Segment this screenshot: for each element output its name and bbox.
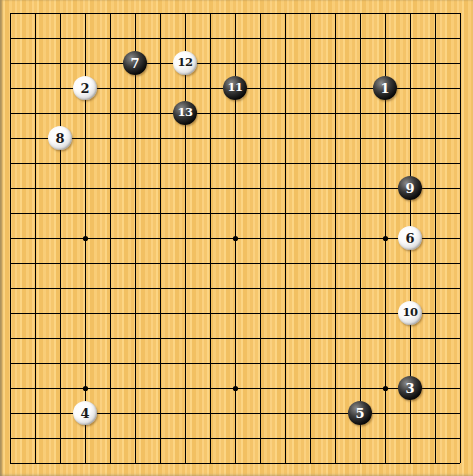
board-grid[interactable]: 12345678910111213	[0, 1, 473, 476]
stone-number-label: 6	[405, 232, 414, 245]
stone-black-13: 13	[173, 101, 197, 125]
stone-white-10: 10	[398, 301, 422, 325]
stone-number-label: 9	[405, 182, 414, 195]
stone-black-3: 3	[398, 376, 422, 400]
stone-white-8: 8	[48, 126, 72, 150]
go-board: 12345678910111213	[0, 0, 473, 476]
stone-number-label: 8	[55, 132, 64, 145]
stone-number-label: 7	[130, 57, 139, 70]
stone-white-6: 6	[398, 226, 422, 250]
stone-number-label: 1	[380, 82, 389, 95]
stone-number-label: 5	[355, 407, 364, 420]
stone-number-label: 2	[80, 82, 89, 95]
stone-number-label: 10	[402, 307, 417, 319]
stone-number-label: 4	[80, 407, 89, 420]
stone-number-label: 13	[177, 107, 192, 119]
stone-white-4: 4	[73, 401, 97, 425]
stone-number-label: 11	[227, 82, 242, 94]
stone-number-label: 12	[177, 57, 192, 69]
stone-black-11: 11	[223, 76, 247, 100]
stone-number-label: 3	[405, 382, 414, 395]
stone-black-5: 5	[348, 401, 372, 425]
stone-white-2: 2	[73, 76, 97, 100]
stone-black-7: 7	[123, 51, 147, 75]
stone-black-1: 1	[373, 76, 397, 100]
stone-black-9: 9	[398, 176, 422, 200]
stone-white-12: 12	[173, 51, 197, 75]
